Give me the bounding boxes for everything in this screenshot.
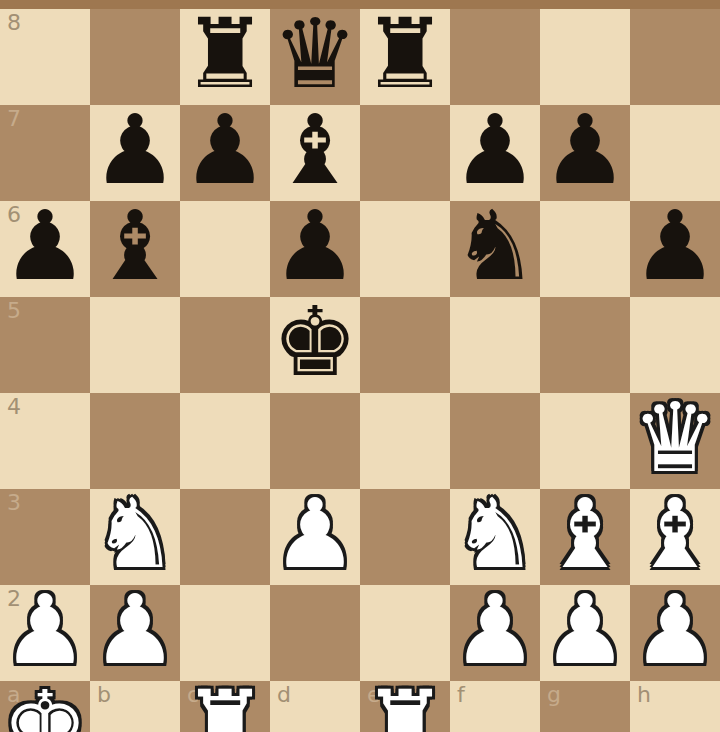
black-pawn-piece[interactable]: ♟ [272, 198, 358, 294]
square-h1[interactable]: h [630, 681, 720, 732]
black-bishop-piece[interactable]: ♝ [92, 198, 178, 294]
square-d3[interactable]: ♟ [270, 489, 360, 585]
square-e6[interactable] [360, 201, 450, 297]
rank-label-5: 5 [7, 300, 21, 322]
square-g6[interactable] [540, 201, 630, 297]
square-a5[interactable]: 5 [0, 297, 90, 393]
square-g1[interactable]: g [540, 681, 630, 732]
square-d8[interactable]: ♛ [270, 9, 360, 105]
square-b7[interactable]: ♟ [90, 105, 180, 201]
square-e1[interactable]: e♜ [360, 681, 450, 732]
square-b4[interactable] [90, 393, 180, 489]
square-e4[interactable] [360, 393, 450, 489]
rank-label-3: 3 [7, 492, 21, 514]
square-h6[interactable]: ♟ [630, 201, 720, 297]
white-bishop-piece[interactable]: ♝ [632, 486, 718, 582]
square-d1[interactable]: d [270, 681, 360, 732]
white-queen-piece[interactable]: ♛ [632, 390, 718, 486]
square-d5[interactable]: ♚ [270, 297, 360, 393]
square-d4[interactable] [270, 393, 360, 489]
square-g8[interactable] [540, 9, 630, 105]
black-pawn-piece[interactable]: ♟ [452, 102, 538, 198]
black-rook-piece[interactable]: ♜ [362, 6, 448, 102]
rank-label-7: 7 [7, 108, 21, 130]
square-d7[interactable]: ♝ [270, 105, 360, 201]
square-c5[interactable] [180, 297, 270, 393]
square-h3[interactable]: ♝ [630, 489, 720, 585]
square-b6[interactable]: ♝ [90, 201, 180, 297]
square-e2[interactable] [360, 585, 450, 681]
black-pawn-piece[interactable]: ♟ [182, 102, 268, 198]
square-b5[interactable] [90, 297, 180, 393]
square-d2[interactable] [270, 585, 360, 681]
white-pawn-piece[interactable]: ♟ [2, 582, 88, 678]
file-label-f: f [457, 684, 465, 706]
square-a2[interactable]: 2♟ [0, 585, 90, 681]
square-c2[interactable] [180, 585, 270, 681]
white-knight-piece[interactable]: ♞ [452, 486, 538, 582]
chess-board: 8♜♛♜7♟♟♝♟♟6♟♝♟♞♟5♚4♛3♞♟♞♝♝2♟♟♟♟♟a♚bc♜de♜… [0, 9, 720, 732]
white-pawn-piece[interactable]: ♟ [632, 582, 718, 678]
square-a7[interactable]: 7 [0, 105, 90, 201]
square-f8[interactable] [450, 9, 540, 105]
square-h5[interactable] [630, 297, 720, 393]
square-c7[interactable]: ♟ [180, 105, 270, 201]
black-pawn-piece[interactable]: ♟ [2, 198, 88, 294]
square-b3[interactable]: ♞ [90, 489, 180, 585]
white-pawn-piece[interactable]: ♟ [542, 582, 628, 678]
square-h7[interactable] [630, 105, 720, 201]
square-h2[interactable]: ♟ [630, 585, 720, 681]
rank-label-8: 8 [7, 12, 21, 34]
square-f1[interactable]: f [450, 681, 540, 732]
file-label-h: h [637, 684, 651, 706]
file-label-b: b [97, 684, 111, 706]
square-f3[interactable]: ♞ [450, 489, 540, 585]
white-rook-piece[interactable]: ♜ [182, 678, 268, 732]
square-b8[interactable] [90, 9, 180, 105]
square-g4[interactable] [540, 393, 630, 489]
square-c3[interactable] [180, 489, 270, 585]
white-king-piece[interactable]: ♚ [2, 678, 88, 732]
square-b2[interactable]: ♟ [90, 585, 180, 681]
square-e8[interactable]: ♜ [360, 9, 450, 105]
square-a4[interactable]: 4 [0, 393, 90, 489]
white-pawn-piece[interactable]: ♟ [272, 486, 358, 582]
black-pawn-piece[interactable]: ♟ [542, 102, 628, 198]
black-pawn-piece[interactable]: ♟ [632, 198, 718, 294]
square-e7[interactable] [360, 105, 450, 201]
square-a6[interactable]: 6♟ [0, 201, 90, 297]
white-knight-piece[interactable]: ♞ [92, 486, 178, 582]
square-e3[interactable] [360, 489, 450, 585]
square-e5[interactable] [360, 297, 450, 393]
square-h4[interactable]: ♛ [630, 393, 720, 489]
square-f7[interactable]: ♟ [450, 105, 540, 201]
white-pawn-piece[interactable]: ♟ [452, 582, 538, 678]
square-f6[interactable]: ♞ [450, 201, 540, 297]
white-bishop-piece[interactable]: ♝ [542, 486, 628, 582]
square-h8[interactable] [630, 9, 720, 105]
chess-app-frame: 8♜♛♜7♟♟♝♟♟6♟♝♟♞♟5♚4♛3♞♟♞♝♝2♟♟♟♟♟a♚bc♜de♜… [0, 0, 720, 732]
black-bishop-piece[interactable]: ♝ [272, 102, 358, 198]
board-top-edge [0, 0, 720, 9]
file-label-d: d [277, 684, 291, 706]
square-f2[interactable]: ♟ [450, 585, 540, 681]
file-label-g: g [547, 684, 561, 706]
black-knight-piece[interactable]: ♞ [452, 198, 538, 294]
white-pawn-piece[interactable]: ♟ [92, 582, 178, 678]
square-a3[interactable]: 3 [0, 489, 90, 585]
black-king-piece[interactable]: ♚ [272, 294, 358, 390]
square-g7[interactable]: ♟ [540, 105, 630, 201]
square-g3[interactable]: ♝ [540, 489, 630, 585]
square-d6[interactable]: ♟ [270, 201, 360, 297]
square-a1[interactable]: a♚ [0, 681, 90, 732]
black-rook-piece[interactable]: ♜ [182, 6, 268, 102]
square-c4[interactable] [180, 393, 270, 489]
rank-label-4: 4 [7, 396, 21, 418]
square-a8[interactable]: 8 [0, 9, 90, 105]
square-c8[interactable]: ♜ [180, 9, 270, 105]
black-queen-piece[interactable]: ♛ [272, 6, 358, 102]
square-f4[interactable] [450, 393, 540, 489]
square-c6[interactable] [180, 201, 270, 297]
square-f5[interactable] [450, 297, 540, 393]
white-rook-piece[interactable]: ♜ [362, 678, 448, 732]
square-b1[interactable]: b [90, 681, 180, 732]
square-g2[interactable]: ♟ [540, 585, 630, 681]
square-c1[interactable]: c♜ [180, 681, 270, 732]
square-g5[interactable] [540, 297, 630, 393]
black-pawn-piece[interactable]: ♟ [92, 102, 178, 198]
